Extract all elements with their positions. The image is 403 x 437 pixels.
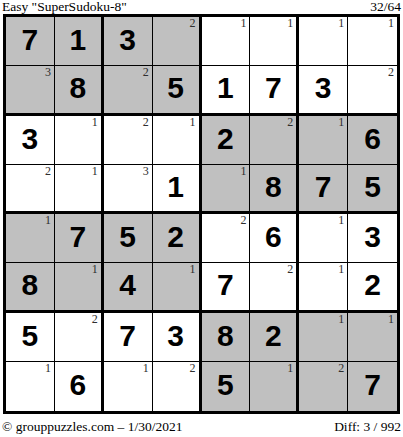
pencil-mark: 1: [338, 263, 344, 276]
given-digit: 8: [265, 172, 282, 202]
pencil-mark: 1: [388, 313, 394, 326]
given-digit: 5: [364, 172, 381, 202]
given-digit: 5: [119, 222, 136, 252]
cell-r2c2[interactable]: 8: [55, 66, 104, 115]
given-digit: 7: [217, 270, 234, 300]
cell-r6c2[interactable]: 1: [55, 263, 104, 312]
cell-r2c5[interactable]: 1: [202, 66, 251, 115]
given-digit: 3: [119, 25, 136, 55]
cell-r8c3[interactable]: 1: [104, 362, 153, 411]
cell-r6c6[interactable]: 2: [250, 263, 299, 312]
header: Easy "SuperSudoku-8" 32/64: [2, 0, 401, 14]
copyright-text: © grouppuzzles.com – 1/30/2021: [2, 419, 182, 434]
pencil-mark: 3: [45, 66, 51, 79]
pencil-mark: 2: [45, 165, 51, 178]
clue-counter: 32/64: [370, 0, 401, 14]
cell-r3c5[interactable]: 2: [202, 116, 251, 165]
cell-r5c5[interactable]: 2: [202, 214, 251, 263]
cell-r1c5[interactable]: 1: [202, 17, 251, 66]
cell-r4c4[interactable]: 1: [153, 165, 202, 214]
cell-r1c4[interactable]: 2: [153, 17, 202, 66]
footer: © grouppuzzles.com – 1/30/2021 Diff: 3 /…: [2, 418, 401, 434]
cell-r7c1[interactable]: 5: [6, 313, 55, 362]
cell-r3c3[interactable]: 2: [104, 116, 153, 165]
cell-r4c2[interactable]: 1: [55, 165, 104, 214]
given-digit: 8: [69, 73, 86, 103]
cell-r3c8[interactable]: 6: [348, 116, 397, 165]
given-digit: 2: [364, 270, 381, 300]
cell-r3c6[interactable]: 2: [250, 116, 299, 165]
given-digit: 8: [22, 270, 39, 300]
pencil-mark: 1: [240, 165, 246, 178]
pencil-mark: 2: [143, 116, 149, 129]
given-digit: 3: [167, 321, 184, 351]
given-digit: 5: [217, 370, 234, 400]
pencil-mark: 2: [190, 17, 196, 30]
pencil-mark: 3: [143, 165, 149, 178]
given-digit: 7: [119, 321, 136, 351]
pencil-mark: 1: [338, 17, 344, 30]
given-digit: 7: [69, 222, 86, 252]
pencil-mark: 2: [287, 263, 293, 276]
given-digit: 5: [167, 73, 184, 103]
cell-r5c8[interactable]: 3: [348, 214, 397, 263]
cell-r6c1[interactable]: 8: [6, 263, 55, 312]
cell-r2c3[interactable]: 2: [104, 66, 153, 115]
pencil-mark: 1: [92, 116, 98, 129]
cell-r4c8[interactable]: 5: [348, 165, 397, 214]
cell-r3c2[interactable]: 1: [55, 116, 104, 165]
given-digit: 6: [364, 124, 381, 154]
cell-r8c2[interactable]: 6: [55, 362, 104, 411]
cell-r5c6[interactable]: 6: [250, 214, 299, 263]
given-digit: 7: [265, 73, 282, 103]
given-digit: 7: [364, 370, 381, 400]
cell-r7c4[interactable]: 3: [153, 313, 202, 362]
cell-r6c7[interactable]: 1: [299, 263, 348, 312]
cell-r6c4[interactable]: 1: [153, 263, 202, 312]
cell-r6c3[interactable]: 4: [104, 263, 153, 312]
given-digit: 2: [167, 222, 184, 252]
pencil-mark: 1: [338, 313, 344, 326]
given-digit: 3: [364, 222, 381, 252]
cell-r3c4[interactable]: 1: [153, 116, 202, 165]
cell-r2c6[interactable]: 7: [250, 66, 299, 115]
cell-r7c8[interactable]: 1: [348, 313, 397, 362]
cell-r1c6[interactable]: 1: [250, 17, 299, 66]
given-digit: 8: [217, 321, 234, 351]
pencil-mark: 1: [143, 362, 149, 375]
pencil-mark: 1: [240, 17, 246, 30]
cell-r1c3[interactable]: 3: [104, 17, 153, 66]
cell-r8c7[interactable]: 2: [299, 362, 348, 411]
pencil-mark: 1: [388, 17, 394, 30]
pencil-mark: 1: [92, 263, 98, 276]
pencil-mark: 2: [143, 66, 149, 79]
given-digit: 6: [265, 222, 282, 252]
pencil-mark: 2: [287, 116, 293, 129]
given-digit: 5: [22, 321, 39, 351]
given-digit: 1: [217, 73, 234, 103]
cell-r5c3[interactable]: 5: [104, 214, 153, 263]
cell-r7c7[interactable]: 1: [299, 313, 348, 362]
cell-r6c5[interactable]: 7: [202, 263, 251, 312]
given-digit: 2: [265, 321, 282, 351]
cell-r3c7[interactable]: 1: [299, 116, 348, 165]
cell-r8c8[interactable]: 7: [348, 362, 397, 411]
puzzle-title: Easy "SuperSudoku-8": [2, 0, 127, 14]
pencil-mark: 2: [190, 362, 196, 375]
given-digit: 3: [315, 73, 332, 103]
cell-r8c5[interactable]: 5: [202, 362, 251, 411]
given-digit: 3: [22, 124, 39, 154]
given-digit: 4: [119, 270, 136, 300]
cell-r4c7[interactable]: 7: [299, 165, 348, 214]
pencil-mark: 2: [338, 362, 344, 375]
cell-r4c1[interactable]: 2: [6, 165, 55, 214]
cell-r5c2[interactable]: 7: [55, 214, 104, 263]
cell-r5c1[interactable]: 1: [6, 214, 55, 263]
pencil-mark: 1: [338, 116, 344, 129]
pencil-mark: 1: [190, 263, 196, 276]
cell-r8c6[interactable]: 1: [250, 362, 299, 411]
cell-r4c3[interactable]: 3: [104, 165, 153, 214]
pencil-mark: 1: [92, 165, 98, 178]
given-digit: 7: [315, 172, 332, 202]
pencil-mark: 1: [190, 116, 196, 129]
cell-r1c2[interactable]: 1: [55, 17, 104, 66]
cell-r5c7[interactable]: 1: [299, 214, 348, 263]
pencil-mark: 2: [388, 66, 394, 79]
pencil-mark: 1: [287, 17, 293, 30]
given-digit: 7: [22, 25, 39, 55]
pencil-mark: 1: [287, 362, 293, 375]
cell-r1c7[interactable]: 1: [299, 17, 348, 66]
cell-r1c8[interactable]: 1: [348, 17, 397, 66]
cell-r1c1[interactable]: 7: [6, 17, 55, 66]
pencil-mark: 1: [45, 214, 51, 227]
cell-r7c6[interactable]: 2: [250, 313, 299, 362]
cell-r2c7[interactable]: 3: [299, 66, 348, 115]
pencil-mark: 1: [45, 362, 51, 375]
cell-r5c4[interactable]: 2: [153, 214, 202, 263]
cell-r8c4[interactable]: 2: [153, 362, 202, 411]
cell-r7c3[interactable]: 7: [104, 313, 153, 362]
cell-r4c6[interactable]: 8: [250, 165, 299, 214]
difficulty-text: Diff: 3 / 992: [334, 419, 401, 434]
cell-r2c1[interactable]: 3: [6, 66, 55, 115]
cell-r6c8[interactable]: 2: [348, 263, 397, 312]
sudoku-board: 7132111138251732312122162131187517522613…: [3, 14, 400, 414]
pencil-mark: 2: [92, 313, 98, 326]
given-digit: 1: [69, 25, 86, 55]
cell-r8c1[interactable]: 1: [6, 362, 55, 411]
given-digit: 6: [69, 370, 86, 400]
given-digit: 2: [217, 124, 234, 154]
cell-r7c2[interactable]: 2: [55, 313, 104, 362]
given-digit: 1: [167, 172, 184, 202]
pencil-mark: 1: [338, 214, 344, 227]
cell-r3c1[interactable]: 3: [6, 116, 55, 165]
cell-r7c5[interactable]: 8: [202, 313, 251, 362]
pencil-mark: 2: [240, 214, 246, 227]
cell-r4c5[interactable]: 1: [202, 165, 251, 214]
cell-r2c8[interactable]: 2: [348, 66, 397, 115]
cell-r2c4[interactable]: 5: [153, 66, 202, 115]
